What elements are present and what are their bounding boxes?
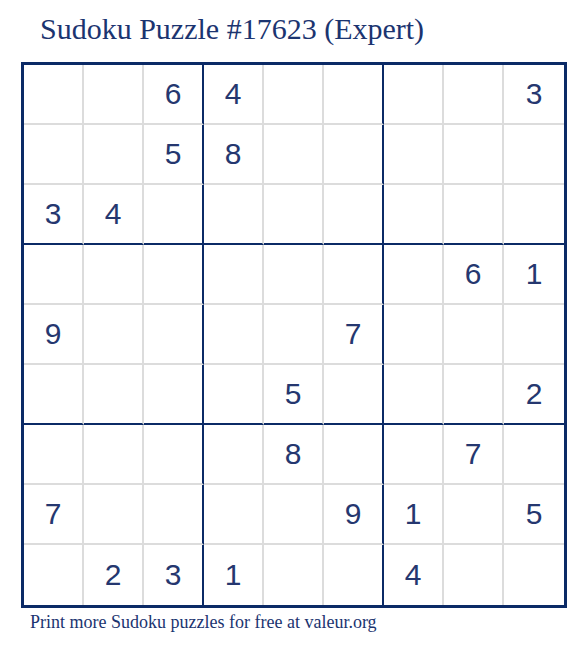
sudoku-cell-r5c9	[504, 305, 564, 365]
sudoku-cell-r5c8	[444, 305, 504, 365]
sudoku-cell-r7c5: 8	[264, 425, 324, 485]
sudoku-cell-r3c6	[324, 185, 384, 245]
sudoku-cell-r4c2	[84, 245, 144, 305]
sudoku-cell-r2c6	[324, 125, 384, 185]
sudoku-cell-r5c2	[84, 305, 144, 365]
sudoku-cell-r9c9	[504, 545, 564, 605]
sudoku-cell-r9c6	[324, 545, 384, 605]
sudoku-cell-r6c1	[24, 365, 84, 425]
sudoku-cell-r8c6: 9	[324, 485, 384, 545]
sudoku-cell-r6c3	[144, 365, 204, 425]
sudoku-cell-r9c3: 3	[144, 545, 204, 605]
sudoku-cell-r2c9	[504, 125, 564, 185]
sudoku-cell-r8c5	[264, 485, 324, 545]
sudoku-cell-r2c4: 8	[204, 125, 264, 185]
sudoku-cell-r8c4	[204, 485, 264, 545]
sudoku-cell-r1c6	[324, 65, 384, 125]
sudoku-cell-r9c7: 4	[384, 545, 444, 605]
sudoku-cell-r7c9	[504, 425, 564, 485]
sudoku-cell-r7c1	[24, 425, 84, 485]
sudoku-cell-r8c1: 7	[24, 485, 84, 545]
sudoku-cell-r3c9	[504, 185, 564, 245]
sudoku-cell-r3c7	[384, 185, 444, 245]
sudoku-cell-r1c5	[264, 65, 324, 125]
sudoku-cell-r3c1: 3	[24, 185, 84, 245]
sudoku-cell-r4c9: 1	[504, 245, 564, 305]
sudoku-cell-r7c2	[84, 425, 144, 485]
sudoku-cell-r8c2	[84, 485, 144, 545]
sudoku-cell-r6c5: 5	[264, 365, 324, 425]
sudoku-cell-r4c8: 6	[444, 245, 504, 305]
sudoku-cell-r7c4	[204, 425, 264, 485]
sudoku-cell-r8c7: 1	[384, 485, 444, 545]
sudoku-cell-r3c4	[204, 185, 264, 245]
sudoku-cell-r5c6: 7	[324, 305, 384, 365]
sudoku-cell-r7c8: 7	[444, 425, 504, 485]
sudoku-cell-r1c7	[384, 65, 444, 125]
sudoku-cell-r3c2: 4	[84, 185, 144, 245]
sudoku-cell-r4c3	[144, 245, 204, 305]
sudoku-cell-r6c9: 2	[504, 365, 564, 425]
sudoku-cell-r9c8	[444, 545, 504, 605]
sudoku-cell-r2c8	[444, 125, 504, 185]
sudoku-cell-r2c2	[84, 125, 144, 185]
sudoku-cell-r6c4	[204, 365, 264, 425]
sudoku-cell-r2c1	[24, 125, 84, 185]
sudoku-cell-r7c7	[384, 425, 444, 485]
sudoku-cell-r4c5	[264, 245, 324, 305]
sudoku-cell-r5c4	[204, 305, 264, 365]
sudoku-cell-r1c3: 6	[144, 65, 204, 125]
sudoku-cell-r6c7	[384, 365, 444, 425]
sudoku-cell-r7c3	[144, 425, 204, 485]
sudoku-cell-r4c7	[384, 245, 444, 305]
footer-text: Print more Sudoku puzzles for free at va…	[30, 612, 377, 633]
sudoku-cell-r9c5	[264, 545, 324, 605]
sudoku-cell-r9c2: 2	[84, 545, 144, 605]
sudoku-cell-r5c3	[144, 305, 204, 365]
sudoku-cell-r4c1	[24, 245, 84, 305]
sudoku-cell-r2c5	[264, 125, 324, 185]
sudoku-cell-r1c8	[444, 65, 504, 125]
sudoku-cell-r9c1	[24, 545, 84, 605]
sudoku-cell-r2c3: 5	[144, 125, 204, 185]
sudoku-cell-r8c3	[144, 485, 204, 545]
sudoku-cell-r3c8	[444, 185, 504, 245]
sudoku-cell-r4c6	[324, 245, 384, 305]
sudoku-cell-r4c4	[204, 245, 264, 305]
sudoku-cell-r1c2	[84, 65, 144, 125]
sudoku-cell-r5c1: 9	[24, 305, 84, 365]
sudoku-cell-r8c9: 5	[504, 485, 564, 545]
sudoku-cell-r1c9: 3	[504, 65, 564, 125]
sudoku-cell-r8c8	[444, 485, 504, 545]
sudoku-cell-r1c4: 4	[204, 65, 264, 125]
sudoku-cell-r9c4: 1	[204, 545, 264, 605]
sudoku-cell-r3c3	[144, 185, 204, 245]
sudoku-board: 64358346197528779152314	[21, 62, 567, 608]
page-title: Sudoku Puzzle #17623 (Expert)	[40, 12, 424, 46]
sudoku-cell-r5c5	[264, 305, 324, 365]
sudoku-cell-r1c1	[24, 65, 84, 125]
sudoku-cell-r6c8	[444, 365, 504, 425]
sudoku-cell-r3c5	[264, 185, 324, 245]
sudoku-cell-r5c7	[384, 305, 444, 365]
sudoku-cell-r6c6	[324, 365, 384, 425]
sudoku-cell-r7c6	[324, 425, 384, 485]
sudoku-cell-r2c7	[384, 125, 444, 185]
sudoku-cell-r6c2	[84, 365, 144, 425]
